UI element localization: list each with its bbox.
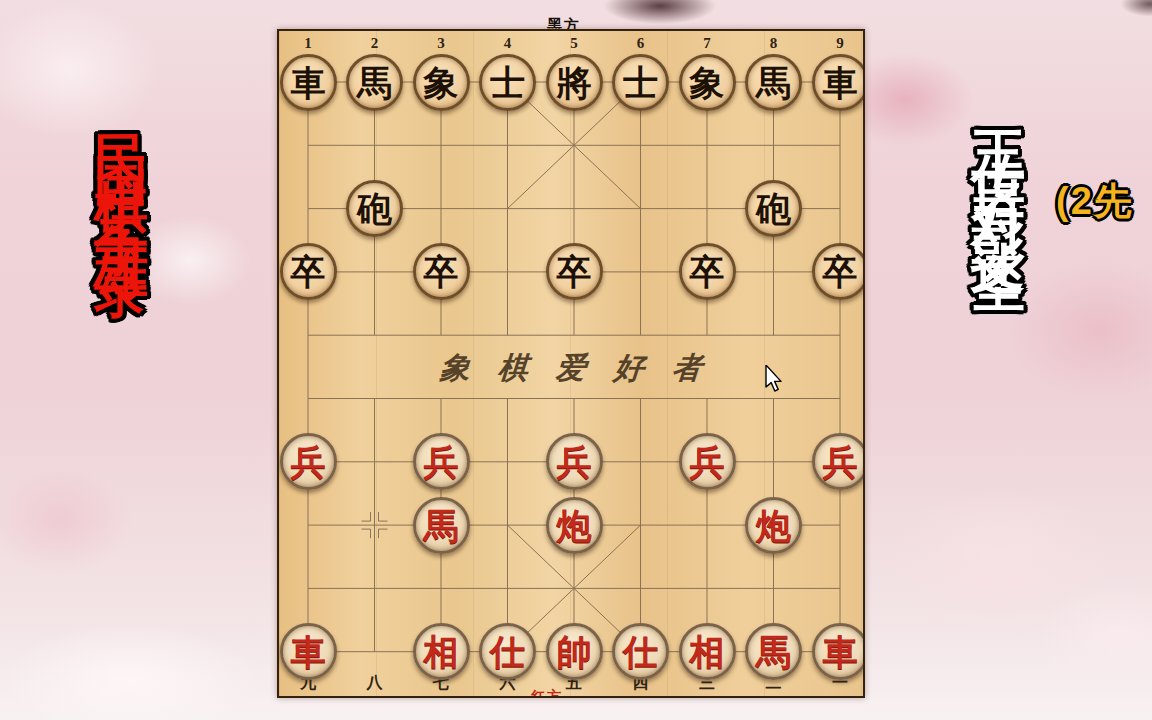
piece-black-advisor[interactable]: 士 (612, 54, 669, 111)
piece-glyph: 相 (424, 634, 459, 669)
piece-glyph: 炮 (557, 508, 592, 543)
piece-glyph: 士 (490, 65, 525, 100)
piece-glyph: 馬 (357, 65, 392, 100)
piece-glyph: 兵 (424, 444, 459, 479)
piece-red-soldier[interactable]: 兵 (280, 433, 337, 490)
left-series-title: 民国棋王争雄录 (95, 92, 149, 246)
piece-black-soldier[interactable]: 卒 (679, 243, 736, 300)
piece-red-soldier[interactable]: 兵 (812, 433, 866, 490)
piece-red-horse[interactable]: 馬 (745, 623, 802, 680)
piece-glyph: 兵 (823, 444, 858, 479)
xiangqi-board[interactable]: 象棋爱好者 红方 123456789九八七六五四三二一車馬象士將士象馬車砲砲卒卒… (277, 29, 865, 698)
piece-red-soldier[interactable]: 兵 (413, 433, 470, 490)
piece-glyph: 砲 (756, 191, 791, 226)
piece-glyph: 士 (623, 65, 658, 100)
piece-glyph: 仕 (490, 634, 525, 669)
handicap-note: (2先 (1056, 176, 1134, 227)
piece-glyph: 象 (424, 65, 459, 100)
file-label-top-9: 9 (836, 35, 844, 52)
piece-glyph: 卒 (690, 254, 725, 289)
piece-glyph: 兵 (557, 444, 592, 479)
piece-red-soldier[interactable]: 兵 (546, 433, 603, 490)
piece-glyph: 卒 (823, 254, 858, 289)
piece-black-horse[interactable]: 馬 (346, 54, 403, 111)
file-label-bottom-2: 八 (367, 673, 383, 694)
piece-black-soldier[interactable]: 卒 (546, 243, 603, 300)
file-label-top-5: 5 (570, 35, 578, 52)
piece-glyph: 車 (823, 634, 858, 669)
piece-glyph: 卒 (557, 254, 592, 289)
file-label-top-8: 8 (770, 35, 778, 52)
piece-red-general[interactable]: 帥 (546, 623, 603, 680)
file-label-top-7: 7 (703, 35, 711, 52)
file-label-top-4: 4 (504, 35, 512, 52)
piece-black-elephant[interactable]: 象 (413, 54, 470, 111)
mouse-cursor (765, 365, 787, 395)
piece-glyph: 卒 (291, 254, 326, 289)
piece-black-cannon[interactable]: 砲 (346, 180, 403, 237)
piece-glyph: 炮 (756, 508, 791, 543)
piece-glyph: 兵 (291, 444, 326, 479)
piece-red-advisor[interactable]: 仕 (479, 623, 536, 680)
piece-glyph: 車 (291, 65, 326, 100)
piece-glyph: 象 (690, 65, 725, 100)
piece-black-horse[interactable]: 馬 (745, 54, 802, 111)
file-label-top-6: 6 (637, 35, 645, 52)
piece-glyph: 將 (557, 65, 592, 100)
file-label-top-3: 3 (437, 35, 445, 52)
piece-black-chariot[interactable]: 車 (812, 54, 866, 111)
piece-red-horse[interactable]: 馬 (413, 497, 470, 554)
piece-black-general[interactable]: 將 (546, 54, 603, 111)
piece-glyph: 兵 (690, 444, 725, 479)
piece-red-soldier[interactable]: 兵 (679, 433, 736, 490)
piece-red-elephant[interactable]: 相 (679, 623, 736, 680)
file-label-top-2: 2 (371, 35, 379, 52)
right-players-title: 王传岩对彭述圣 (972, 88, 1026, 242)
piece-glyph: 車 (291, 634, 326, 669)
piece-red-cannon[interactable]: 炮 (546, 497, 603, 554)
piece-red-cannon[interactable]: 炮 (745, 497, 802, 554)
piece-black-soldier[interactable]: 卒 (280, 243, 337, 300)
piece-glyph: 馬 (424, 508, 459, 543)
piece-red-elephant[interactable]: 相 (413, 623, 470, 680)
piece-glyph: 車 (823, 65, 858, 100)
piece-glyph: 仕 (623, 634, 658, 669)
piece-black-cannon[interactable]: 砲 (745, 180, 802, 237)
piece-glyph: 帥 (557, 634, 592, 669)
piece-black-chariot[interactable]: 車 (280, 54, 337, 111)
piece-black-advisor[interactable]: 士 (479, 54, 536, 111)
piece-glyph: 卒 (424, 254, 459, 289)
piece-glyph: 相 (690, 634, 725, 669)
piece-glyph: 砲 (357, 191, 392, 226)
piece-black-soldier[interactable]: 卒 (413, 243, 470, 300)
red-side-label: 红方 (531, 688, 563, 698)
piece-glyph: 馬 (756, 65, 791, 100)
file-label-top-1: 1 (304, 35, 312, 52)
piece-red-advisor[interactable]: 仕 (612, 623, 669, 680)
piece-black-elephant[interactable]: 象 (679, 54, 736, 111)
piece-red-chariot[interactable]: 車 (280, 623, 337, 680)
piece-glyph: 馬 (756, 634, 791, 669)
piece-red-chariot[interactable]: 車 (812, 623, 866, 680)
